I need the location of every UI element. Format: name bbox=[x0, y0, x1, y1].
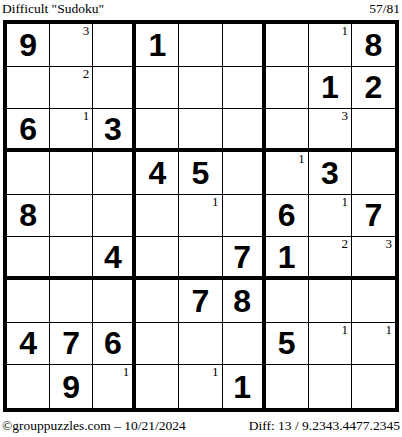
cell-r1c8[interactable]: 1 bbox=[309, 24, 352, 67]
cell-r2c3[interactable] bbox=[93, 67, 136, 110]
cell-r1c3[interactable] bbox=[93, 24, 136, 67]
header: Difficult "Sudoku" 57/81 bbox=[2, 1, 400, 17]
cell-r8c6[interactable] bbox=[223, 323, 266, 366]
cell-r8c8[interactable]: 1 bbox=[309, 323, 352, 366]
cell-r1c1[interactable]: 9 bbox=[7, 24, 50, 67]
cell-r5c8[interactable]: 1 bbox=[309, 195, 352, 238]
cell-r6c4[interactable] bbox=[136, 237, 179, 280]
cell-r9c1[interactable] bbox=[7, 365, 50, 408]
given-digit: 7 bbox=[365, 199, 383, 231]
difficulty-text: Diff: 13 / 9.2343.4477.2345 bbox=[249, 418, 400, 434]
pencil-mark: 2 bbox=[83, 67, 90, 80]
pencil-mark: 3 bbox=[385, 237, 392, 250]
given-digit: 5 bbox=[278, 327, 296, 359]
footer: ©grouppuzzles.com – 10/21/2024 Diff: 13 … bbox=[2, 418, 400, 434]
cell-r2c4[interactable] bbox=[136, 67, 179, 110]
cell-r8c4[interactable] bbox=[136, 323, 179, 366]
given-digit: 8 bbox=[233, 285, 251, 317]
cell-r4c1[interactable] bbox=[7, 152, 50, 195]
cell-r8c3[interactable]: 6 bbox=[93, 323, 136, 366]
pencil-mark: 3 bbox=[341, 109, 348, 122]
given-digit: 1 bbox=[278, 241, 296, 273]
cell-r3c9[interactable] bbox=[352, 109, 395, 152]
pencil-mark: 1 bbox=[341, 24, 348, 37]
cell-r4c5[interactable]: 5 bbox=[179, 152, 222, 195]
given-digit: 6 bbox=[104, 327, 122, 359]
cell-r5c1[interactable]: 8 bbox=[7, 195, 50, 238]
cell-r9c7[interactable] bbox=[266, 365, 309, 408]
cell-r7c5[interactable]: 7 bbox=[179, 280, 222, 323]
cell-r8c9[interactable]: 1 bbox=[352, 323, 395, 366]
cell-r9c6[interactable]: 1 bbox=[223, 365, 266, 408]
given-digit: 1 bbox=[233, 371, 251, 403]
pencil-mark: 1 bbox=[212, 195, 219, 208]
cell-r3c1[interactable]: 6 bbox=[7, 109, 50, 152]
given-digit: 2 bbox=[365, 71, 383, 103]
cell-r5c5[interactable]: 1 bbox=[179, 195, 222, 238]
cell-r6c2[interactable] bbox=[50, 237, 93, 280]
cell-r2c8[interactable]: 1 bbox=[309, 67, 352, 110]
cell-r7c1[interactable] bbox=[7, 280, 50, 323]
pencil-mark: 1 bbox=[385, 323, 392, 336]
given-digit: 1 bbox=[321, 71, 339, 103]
cell-r5c9[interactable]: 7 bbox=[352, 195, 395, 238]
cell-r1c2[interactable]: 3 bbox=[50, 24, 93, 67]
cell-r1c4[interactable]: 1 bbox=[136, 24, 179, 67]
cell-r7c8[interactable] bbox=[309, 280, 352, 323]
given-digit: 8 bbox=[365, 29, 383, 61]
cell-r6c1[interactable] bbox=[7, 237, 50, 280]
cell-r3c4[interactable] bbox=[136, 109, 179, 152]
cell-r3c8[interactable]: 3 bbox=[309, 109, 352, 152]
cell-r6c9[interactable]: 3 bbox=[352, 237, 395, 280]
cell-r2c2[interactable]: 2 bbox=[50, 67, 93, 110]
given-digit: 3 bbox=[104, 113, 122, 145]
given-digit: 7 bbox=[62, 327, 80, 359]
cell-r8c5[interactable] bbox=[179, 323, 222, 366]
cell-r6c7[interactable]: 1 bbox=[266, 237, 309, 280]
cell-r6c3[interactable]: 4 bbox=[93, 237, 136, 280]
cell-r9c8[interactable] bbox=[309, 365, 352, 408]
cell-r4c3[interactable] bbox=[93, 152, 136, 195]
cell-r3c5[interactable] bbox=[179, 109, 222, 152]
cell-r5c4[interactable] bbox=[136, 195, 179, 238]
cell-r5c6[interactable] bbox=[223, 195, 266, 238]
given-digit: 6 bbox=[278, 199, 296, 231]
given-digit: 6 bbox=[19, 113, 37, 145]
given-digit: 3 bbox=[321, 157, 339, 189]
cell-r8c7[interactable]: 5 bbox=[266, 323, 309, 366]
cell-r1c5[interactable] bbox=[179, 24, 222, 67]
given-digit: 9 bbox=[62, 371, 80, 403]
cell-r1c9[interactable]: 8 bbox=[352, 24, 395, 67]
pencil-mark: 3 bbox=[83, 24, 90, 37]
cell-r8c1[interactable]: 4 bbox=[7, 323, 50, 366]
cell-r3c2[interactable]: 1 bbox=[50, 109, 93, 152]
given-digit: 9 bbox=[19, 29, 37, 61]
cell-r7c4[interactable] bbox=[136, 280, 179, 323]
cell-r4c2[interactable] bbox=[50, 152, 93, 195]
cell-r9c4[interactable] bbox=[136, 365, 179, 408]
cell-r2c9[interactable]: 2 bbox=[352, 67, 395, 110]
cell-r4c8[interactable]: 3 bbox=[309, 152, 352, 195]
cell-r1c7[interactable] bbox=[266, 24, 309, 67]
cell-r1c6[interactable] bbox=[223, 24, 266, 67]
cell-r2c5[interactable] bbox=[179, 67, 222, 110]
given-digit: 4 bbox=[148, 157, 166, 189]
cell-r4c9[interactable] bbox=[352, 152, 395, 195]
cell-r8c2[interactable]: 7 bbox=[50, 323, 93, 366]
cell-r9c3[interactable]: 1 bbox=[93, 365, 136, 408]
given-digit: 5 bbox=[192, 157, 210, 189]
cell-r2c6[interactable] bbox=[223, 67, 266, 110]
cell-r4c6[interactable] bbox=[223, 152, 266, 195]
cell-r3c3[interactable]: 3 bbox=[93, 109, 136, 152]
puzzle-title: Difficult "Sudoku" bbox=[2, 1, 104, 17]
cell-r2c1[interactable] bbox=[7, 67, 50, 110]
pencil-mark: 1 bbox=[83, 109, 90, 122]
pencil-mark: 1 bbox=[123, 365, 130, 378]
pencil-mark: 1 bbox=[341, 195, 348, 208]
cells-remaining-counter: 57/81 bbox=[369, 1, 400, 17]
pencil-mark: 1 bbox=[212, 365, 219, 378]
given-digit: 4 bbox=[19, 327, 37, 359]
cell-r6c8[interactable]: 2 bbox=[309, 237, 352, 280]
cell-r5c2[interactable] bbox=[50, 195, 93, 238]
cell-r7c9[interactable] bbox=[352, 280, 395, 323]
cell-r7c7[interactable] bbox=[266, 280, 309, 323]
cell-r2c7[interactable] bbox=[266, 67, 309, 110]
cell-r4c4[interactable]: 4 bbox=[136, 152, 179, 195]
cell-r7c2[interactable] bbox=[50, 280, 93, 323]
cell-r4c7[interactable]: 1 bbox=[266, 152, 309, 195]
given-digit: 7 bbox=[192, 285, 210, 317]
cell-r3c6[interactable] bbox=[223, 109, 266, 152]
pencil-mark: 1 bbox=[298, 152, 305, 165]
cell-r9c2[interactable]: 9 bbox=[50, 365, 93, 408]
cell-r9c5[interactable]: 1 bbox=[179, 365, 222, 408]
given-digit: 4 bbox=[104, 241, 122, 273]
given-digit: 8 bbox=[19, 199, 37, 231]
given-digit: 7 bbox=[233, 241, 251, 273]
cell-r7c6[interactable]: 8 bbox=[223, 280, 266, 323]
cell-r6c5[interactable] bbox=[179, 237, 222, 280]
cell-r5c7[interactable]: 6 bbox=[266, 195, 309, 238]
pencil-mark: 2 bbox=[341, 237, 348, 250]
cell-r9c9[interactable] bbox=[352, 365, 395, 408]
copyright-text: ©grouppuzzles.com – 10/21/2024 bbox=[2, 418, 186, 434]
cell-r5c3[interactable] bbox=[93, 195, 136, 238]
cell-r6c6[interactable]: 7 bbox=[223, 237, 266, 280]
cell-r7c3[interactable] bbox=[93, 280, 136, 323]
given-digit: 1 bbox=[148, 29, 166, 61]
cell-r3c7[interactable] bbox=[266, 109, 309, 152]
pencil-mark: 1 bbox=[341, 323, 348, 336]
sudoku-grid: 93118212613345138161747123784765119111 bbox=[3, 20, 399, 412]
